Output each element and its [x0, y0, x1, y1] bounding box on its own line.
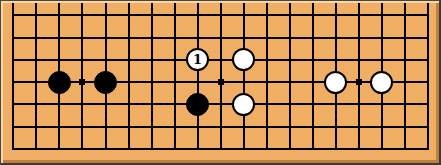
grid-line-vertical	[358, 3, 360, 150]
white-stone-R4	[370, 71, 393, 94]
grid-line-vertical	[128, 3, 130, 150]
grid-line-horizontal	[12, 59, 429, 61]
grid-line-vertical	[81, 3, 83, 150]
grid-line-vertical	[404, 3, 406, 150]
grid-line-vertical	[289, 3, 291, 150]
black-stone-E4	[94, 71, 117, 94]
grid-line-horizontal	[12, 37, 429, 39]
black-stone-C4	[48, 71, 71, 94]
grid-line-vertical	[35, 3, 37, 150]
grid-line-vertical	[174, 3, 176, 150]
grid-line-vertical	[243, 3, 245, 150]
grid-line-horizontal	[12, 126, 429, 128]
grid-line-horizontal	[12, 103, 429, 105]
grid-line-horizontal	[12, 148, 429, 150]
grid-line-vertical	[266, 3, 268, 150]
star-point-marker-Q4	[356, 79, 362, 85]
grid-line-vertical	[12, 3, 14, 150]
white-stone-L3	[232, 93, 255, 116]
white-stone-J5: 1	[186, 48, 209, 71]
white-stone-P4	[324, 71, 347, 94]
white-stone-L5	[232, 48, 255, 71]
grid-line-vertical	[427, 3, 429, 150]
grid-line-vertical	[220, 3, 222, 150]
black-stone-J3	[186, 93, 209, 116]
go-board: 1	[1, 1, 439, 163]
star-point-marker-D4	[79, 79, 85, 85]
grid-line-vertical	[312, 3, 314, 150]
grid-line-horizontal	[12, 14, 429, 16]
move-number-label: 1	[193, 53, 202, 66]
grid-line-vertical	[151, 3, 153, 150]
go-diagram: 1	[0, 0, 441, 165]
star-point-marker-K4	[218, 79, 224, 85]
grid-line-vertical	[197, 3, 199, 150]
